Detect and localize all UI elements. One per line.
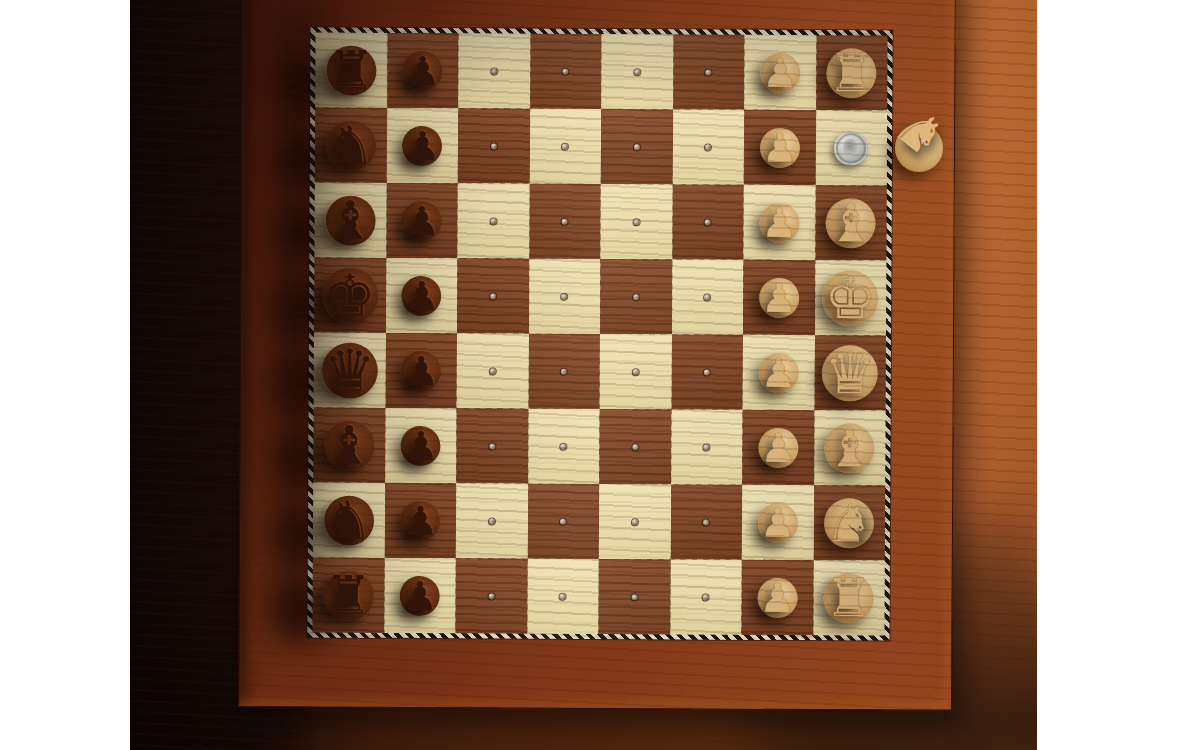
square-a7[interactable]: ♟ [384, 558, 456, 633]
square-g4[interactable] [601, 109, 673, 184]
square-a6[interactable] [455, 558, 527, 633]
piece-black-pawn: ♟ [403, 275, 439, 315]
square-h2[interactable]: ♟ [744, 35, 816, 110]
piece-white-bishop: ♝ [826, 421, 874, 474]
board-grid: ♜♟♟♜♞♟♟♝♟♟♝♚♟♟♚♛♟♟♛♝♟♟♝♞♟♟♞♜♟♟♜ [312, 33, 887, 636]
piece-white-pawn: ♟ [761, 277, 797, 317]
square-b7[interactable]: ♟ [384, 483, 456, 558]
piece-black-rook: ♜ [324, 569, 372, 622]
square-pin [633, 219, 639, 225]
square-pin [490, 218, 496, 224]
table-photo: ♜♟♟♜♞♟♟♝♟♟♝♚♟♟♚♛♟♟♛♝♟♟♝♞♟♟♞♜♟♟♜ ♞ [130, 0, 1037, 750]
square-pin [633, 294, 639, 300]
square-h7[interactable]: ♟ [387, 33, 459, 108]
piece-black-pawn: ♟ [404, 200, 440, 240]
square-a8[interactable]: ♜ [312, 558, 384, 633]
square-f8[interactable]: ♝ [314, 183, 386, 258]
square-b1[interactable]: ♞ [813, 485, 885, 560]
piece-white-pawn: ♟ [762, 52, 798, 92]
square-c7[interactable]: ♟ [385, 408, 457, 483]
piece-black-pawn: ♟ [402, 575, 438, 615]
square-g5[interactable] [529, 109, 601, 184]
square-pin [562, 143, 568, 149]
piece-white-pawn: ♟ [759, 577, 795, 617]
square-pin [632, 519, 638, 525]
square-c6[interactable] [456, 408, 528, 483]
square-d3[interactable] [671, 334, 743, 409]
square-c3[interactable] [671, 409, 743, 484]
square-b4[interactable] [599, 484, 671, 559]
square-pin [706, 69, 712, 75]
square-b2[interactable]: ♟ [742, 485, 814, 560]
square-g8[interactable]: ♞ [315, 108, 387, 183]
square-pin [705, 219, 711, 225]
square-d8[interactable]: ♛ [314, 333, 386, 408]
square-d6[interactable] [457, 333, 529, 408]
piece-black-bishop: ♝ [325, 419, 373, 472]
board-frame: ♜♟♟♜♞♟♟♝♟♟♝♚♟♟♚♛♟♟♛♝♟♟♝♞♟♟♞♜♟♟♜ [238, 0, 956, 711]
piece-white-bishop: ♝ [827, 196, 875, 249]
square-f5[interactable] [529, 184, 601, 259]
photo-page: ♜♟♟♜♞♟♟♝♟♟♝♚♟♟♚♛♟♟♛♝♟♟♝♞♟♟♞♜♟♟♜ ♞ [0, 0, 1200, 750]
square-pin [634, 69, 640, 75]
square-h4[interactable] [601, 34, 673, 109]
square-pin [491, 143, 497, 149]
piece-white-knight: ♞ [825, 496, 873, 549]
square-pin [704, 294, 710, 300]
square-f3[interactable] [672, 184, 744, 259]
piece-black-queen: ♛ [323, 341, 375, 399]
square-d5[interactable] [528, 334, 600, 409]
square-f2[interactable]: ♟ [743, 185, 815, 260]
piece-black-knight: ♞ [327, 119, 375, 172]
square-pin [704, 444, 710, 450]
square-h8[interactable]: ♜ [315, 33, 387, 108]
square-pin [489, 518, 495, 524]
square-c4[interactable] [599, 409, 671, 484]
square-e3[interactable] [672, 259, 744, 334]
square-pin [705, 144, 711, 150]
square-pin [561, 293, 567, 299]
square-pin [562, 218, 568, 224]
square-h6[interactable] [458, 33, 530, 108]
piece-white-pawn: ♟ [761, 352, 797, 392]
square-a3[interactable] [670, 559, 742, 634]
square-g6[interactable] [458, 108, 530, 183]
square-f4[interactable] [600, 184, 672, 259]
square-f1[interactable]: ♝ [815, 185, 887, 260]
square-pin [703, 519, 709, 525]
square-a5[interactable] [527, 559, 599, 634]
square-pin [489, 443, 495, 449]
square-pin [561, 443, 567, 449]
piece-black-pawn: ♟ [402, 500, 438, 540]
square-d4[interactable] [600, 334, 672, 409]
square-pin [563, 68, 569, 74]
square-g1[interactable] [815, 110, 887, 185]
piece-white-pawn: ♟ [760, 427, 796, 467]
square-e1[interactable]: ♚ [815, 260, 887, 335]
piece-black-king: ♚ [324, 266, 376, 324]
square-b3[interactable] [670, 484, 742, 559]
square-b5[interactable] [527, 484, 599, 559]
piece-black-pawn: ♟ [403, 350, 439, 390]
square-pin [490, 293, 496, 299]
square-pin [560, 593, 566, 599]
piece-white-queen: ♛ [824, 344, 876, 402]
square-a2[interactable]: ♟ [741, 560, 813, 635]
off-board-white-knight[interactable]: ♞ [887, 100, 959, 178]
square-c1[interactable]: ♝ [814, 410, 886, 485]
quarter-coin[interactable] [834, 131, 868, 165]
square-pin [704, 369, 710, 375]
square-d1[interactable]: ♛ [814, 335, 886, 410]
piece-white-rook: ♜ [825, 571, 873, 624]
square-pin [703, 594, 709, 600]
square-f7[interactable]: ♟ [386, 183, 458, 258]
piece-white-pawn: ♟ [760, 502, 796, 542]
square-d2[interactable]: ♟ [743, 335, 815, 410]
piece-black-pawn: ♟ [405, 50, 441, 90]
square-b8[interactable]: ♞ [313, 483, 385, 558]
square-a1[interactable]: ♜ [813, 560, 885, 635]
square-a4[interactable] [598, 559, 670, 634]
square-d7[interactable]: ♟ [385, 333, 457, 408]
piece-black-rook: ♜ [327, 44, 375, 97]
inlay-border: ♜♟♟♜♞♟♟♝♟♟♝♚♟♟♚♛♟♟♛♝♟♟♝♞♟♟♞♜♟♟♜ [307, 27, 892, 640]
piece-white-pawn: ♟ [762, 127, 798, 167]
square-pin [560, 518, 566, 524]
square-e7[interactable]: ♟ [386, 258, 458, 333]
square-pin [632, 444, 638, 450]
square-c2[interactable]: ♟ [742, 410, 814, 485]
square-c8[interactable]: ♝ [313, 408, 385, 483]
square-e2[interactable]: ♟ [743, 260, 815, 335]
square-pin [491, 68, 497, 74]
square-h5[interactable] [530, 34, 602, 109]
piece-white-rook: ♜ [828, 46, 876, 99]
piece-white-pawn: ♟ [761, 202, 797, 242]
square-f6[interactable] [457, 183, 529, 258]
piece-black-bishop: ♝ [326, 194, 374, 247]
square-pin [634, 144, 640, 150]
square-h1[interactable]: ♜ [816, 35, 888, 110]
square-e4[interactable] [600, 259, 672, 334]
piece-black-pawn: ♟ [403, 425, 439, 465]
square-pin [488, 593, 494, 599]
square-c5[interactable] [528, 409, 600, 484]
piece-black-knight: ♞ [325, 494, 373, 547]
square-g2[interactable]: ♟ [744, 110, 816, 185]
square-pin [631, 594, 637, 600]
square-e5[interactable] [529, 259, 601, 334]
square-g7[interactable]: ♟ [386, 108, 458, 183]
square-pin [633, 369, 639, 375]
square-g3[interactable] [672, 109, 744, 184]
square-e6[interactable] [457, 258, 529, 333]
square-b6[interactable] [456, 483, 528, 558]
square-pin [561, 368, 567, 374]
piece-white-king: ♚ [824, 269, 876, 327]
square-h3[interactable] [673, 34, 745, 109]
square-e8[interactable]: ♚ [314, 258, 386, 333]
square-pin [490, 368, 496, 374]
piece-black-pawn: ♟ [404, 125, 440, 165]
